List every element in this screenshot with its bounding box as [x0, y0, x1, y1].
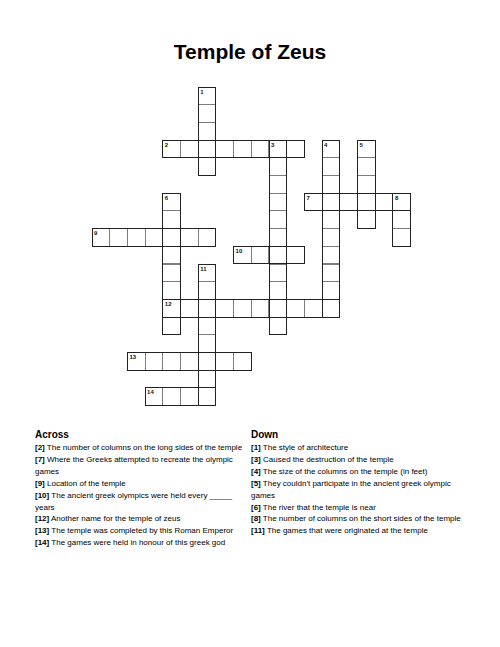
crossword-cell[interactable] [322, 246, 341, 265]
crossword-cell[interactable]: 3 [269, 140, 288, 159]
crossword-cell[interactable] [215, 299, 234, 318]
crossword-cell[interactable] [180, 387, 199, 406]
crossword-cell[interactable] [392, 210, 411, 229]
cell-number: 13 [129, 354, 136, 360]
clue-4-down: [4] The size of the columns on the templ… [251, 466, 471, 478]
crossword-cell[interactable] [357, 210, 376, 229]
crossword-cell[interactable] [215, 352, 234, 371]
crossword-cell[interactable]: 8 [392, 193, 411, 212]
crossword-cell[interactable]: 10 [233, 246, 252, 265]
clue-5-down: [5] They couldn't participate in the anc… [251, 478, 471, 502]
crossword-cell[interactable]: 6 [162, 193, 181, 212]
cell-number: 4 [324, 142, 327, 148]
crossword-cell[interactable] [162, 352, 181, 371]
crossword-cell[interactable]: 7 [304, 193, 323, 212]
down-clues-section: Down [1] The style of architecture[3] Ca… [251, 429, 471, 537]
crossword-cell[interactable] [322, 210, 341, 229]
crossword-cell[interactable]: 4 [322, 140, 341, 159]
crossword-cell[interactable] [339, 193, 358, 212]
crossword-cell[interactable] [162, 264, 181, 283]
crossword-cell[interactable] [251, 140, 270, 159]
crossword-cell[interactable] [198, 334, 217, 353]
crossword-cell[interactable] [198, 228, 217, 247]
crossword-cell[interactable] [162, 317, 181, 336]
clue-number: [5] [251, 479, 261, 488]
clue-10-across: [10] The ancient greek olympics were hel… [35, 490, 251, 514]
crossword-cell[interactable] [198, 157, 217, 176]
crossword-cell[interactable] [180, 140, 199, 159]
crossword-cell[interactable] [375, 193, 394, 212]
crossword-cell[interactable] [322, 264, 341, 283]
clue-number: [8] [251, 514, 261, 523]
crossword-cell[interactable] [198, 352, 217, 371]
clue-11-down: [11] The games that were originated at t… [251, 525, 471, 537]
crossword-cell[interactable] [269, 264, 288, 283]
crossword-cell[interactable] [162, 246, 181, 265]
crossword-cell[interactable] [286, 140, 305, 159]
crossword-cell[interactable]: 12 [162, 299, 181, 318]
clue-1-down: [1] The style of architecture [251, 442, 471, 454]
clue-number: [3] [251, 455, 261, 464]
crossword-cell[interactable] [269, 281, 288, 300]
cell-number: 14 [147, 389, 154, 395]
crossword-cell[interactable] [322, 228, 341, 247]
crossword-cell[interactable] [269, 228, 288, 247]
crossword-cell[interactable] [251, 246, 270, 265]
crossword-cell[interactable] [322, 193, 341, 212]
down-header: Down [251, 429, 471, 441]
crossword-cell[interactable] [198, 387, 217, 406]
clue-3-down: [3] Caused the destruction of the temple [251, 454, 471, 466]
crossword-cell[interactable] [322, 157, 341, 176]
cell-number: 11 [200, 266, 206, 272]
crossword-cell[interactable] [286, 246, 305, 265]
clue-8-down: [8] The number of columns on the short s… [251, 513, 471, 525]
across-clue-list: [2] The number of columns on the long si… [35, 442, 251, 549]
crossword-cell[interactable] [233, 352, 252, 371]
cell-number: 5 [360, 142, 363, 148]
crossword-cell[interactable] [269, 246, 288, 265]
clue-number: [7] [35, 455, 45, 464]
crossword-cell[interactable] [162, 228, 181, 247]
clue-number: [10] [35, 491, 49, 500]
crossword-cell[interactable] [269, 210, 288, 229]
crossword-cell[interactable]: 13 [127, 352, 146, 371]
crossword-cell[interactable] [322, 175, 341, 194]
crossword-cell[interactable]: 1 [198, 87, 217, 106]
crossword-cell[interactable] [322, 281, 341, 300]
crossword-cell[interactable] [180, 228, 199, 247]
clue-number: [4] [251, 467, 261, 476]
clue-9-across: [9] Location of the temple [35, 478, 251, 490]
crossword-cell[interactable] [357, 175, 376, 194]
crossword-cell[interactable] [198, 281, 217, 300]
crossword-cell[interactable] [198, 104, 217, 123]
cell-number: 1 [200, 89, 203, 95]
crossword-board: 1234561278910111314 [92, 87, 412, 407]
crossword-cell[interactable] [198, 370, 217, 389]
crossword-cell[interactable] [392, 228, 411, 247]
crossword-cell[interactable]: 9 [92, 228, 111, 247]
cell-number: 2 [165, 142, 168, 148]
clue-12-across: [12] Another name for the temple of zeus [35, 513, 251, 525]
crossword-cell[interactable] [180, 352, 199, 371]
crossword-cell[interactable] [127, 228, 146, 247]
crossword-cell[interactable] [162, 387, 181, 406]
cell-number: 7 [306, 195, 309, 201]
crossword-cell[interactable] [304, 299, 323, 318]
clue-2-across: [2] The number of columns on the long si… [35, 442, 251, 454]
crossword-cell[interactable] [269, 317, 288, 336]
crossword-cell[interactable] [233, 299, 252, 318]
cell-number: 6 [165, 195, 168, 201]
across-clues-section: Across [2] The number of columns on the … [35, 429, 251, 549]
crossword-cell[interactable] [145, 352, 164, 371]
crossword-cell[interactable] [215, 140, 234, 159]
crossword-cell[interactable] [198, 140, 217, 159]
clue-number: [13] [35, 526, 49, 535]
clue-number: [12] [35, 514, 49, 523]
crossword-cell[interactable] [269, 299, 288, 318]
crossword-cell[interactable]: 14 [145, 387, 164, 406]
cell-number: 3 [271, 142, 274, 148]
crossword-cell[interactable] [251, 299, 270, 318]
cell-number: 10 [236, 248, 243, 254]
crossword-cell[interactable] [198, 299, 217, 318]
cell-number: 12 [165, 301, 172, 307]
clue-number: [2] [35, 443, 45, 452]
crossword-cell[interactable] [162, 281, 181, 300]
cell-number: 8 [395, 195, 398, 201]
clue-14-across: [14] The games were held in honour of th… [35, 537, 251, 549]
clue-number: [9] [35, 479, 45, 488]
crossword-cell[interactable] [198, 122, 217, 141]
crossword-cell[interactable] [162, 210, 181, 229]
crossword-cell[interactable] [180, 299, 199, 318]
clue-7-across: [7] Where the Greeks attempted to recrea… [35, 454, 251, 478]
clue-6-down: [6] The river that the temple is near [251, 502, 471, 514]
crossword-cell[interactable] [145, 228, 164, 247]
clue-number: [14] [35, 538, 49, 547]
page-title: Temple of Zeus [0, 40, 500, 64]
clue-number: [11] [251, 526, 265, 535]
crossword-cell[interactable] [269, 193, 288, 212]
crossword-cell[interactable] [109, 228, 128, 247]
crossword-cell[interactable]: 2 [162, 140, 181, 159]
across-header: Across [35, 429, 251, 441]
crossword-cell[interactable] [322, 299, 341, 318]
crossword-cell[interactable] [198, 317, 217, 336]
clue-13-across: [13] The temple was completed by this Ro… [35, 525, 251, 537]
clue-number: [6] [251, 503, 261, 512]
crossword-cell[interactable]: 5 [357, 140, 376, 159]
cell-number: 9 [94, 230, 97, 236]
crossword-cell[interactable] [269, 157, 288, 176]
crossword-cell[interactable]: 11 [198, 264, 217, 283]
crossword-cell[interactable] [357, 193, 376, 212]
crossword-cell[interactable] [233, 140, 252, 159]
crossword-cell[interactable] [269, 175, 288, 194]
down-clue-list: [1] The style of architecture[3] Caused … [251, 442, 471, 537]
crossword-cell[interactable] [357, 157, 376, 176]
crossword-cell[interactable] [286, 299, 305, 318]
clue-number: [1] [251, 443, 261, 452]
